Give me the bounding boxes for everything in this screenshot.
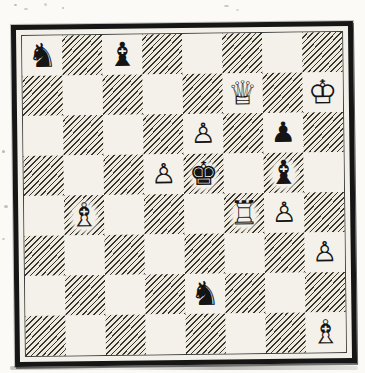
square-c6 xyxy=(103,114,143,154)
square-f5 xyxy=(224,153,264,193)
piece-white-pawn-e6: ♙ xyxy=(183,114,223,154)
square-g1 xyxy=(265,313,305,353)
square-f8 xyxy=(222,33,262,73)
piece-black-bishop-g5: ♝ xyxy=(264,153,304,193)
square-f2 xyxy=(225,273,265,313)
square-c5 xyxy=(104,154,144,194)
piece-black-bishop-c8: ♝ xyxy=(102,35,142,75)
scanned-page: ♞♝♕♔♙♟♙♚♝♗♖♙♙♞♗ xyxy=(0,0,365,373)
print-speck xyxy=(224,5,229,7)
print-speck xyxy=(24,8,28,10)
board-frame: ♞♝♕♔♙♟♙♚♝♗♖♙♙♞♗ xyxy=(11,21,357,367)
square-f6 xyxy=(223,113,263,153)
square-f1 xyxy=(225,313,265,353)
square-d3 xyxy=(144,234,184,274)
square-g8 xyxy=(262,33,302,73)
square-b8 xyxy=(62,35,102,75)
chess-board: ♞♝♕♔♙♟♙♚♝♗♖♙♙♞♗ xyxy=(21,31,347,357)
square-b2 xyxy=(65,275,105,315)
piece-black-knight-e2: ♞ xyxy=(185,274,225,314)
square-b6 xyxy=(63,115,103,155)
square-b4: ♗ xyxy=(64,195,104,235)
square-c3 xyxy=(104,234,144,274)
square-g4: ♙ xyxy=(264,193,304,233)
square-h4 xyxy=(304,192,344,232)
square-a1 xyxy=(25,315,65,355)
piece-white-bishop-b4: ♗ xyxy=(64,195,104,235)
square-g2 xyxy=(265,273,305,313)
square-f4: ♖ xyxy=(224,193,264,233)
square-b3 xyxy=(64,235,104,275)
square-c2 xyxy=(105,274,145,314)
print-speck xyxy=(62,7,64,9)
square-f3 xyxy=(224,233,264,273)
square-a6 xyxy=(23,115,63,155)
square-e7 xyxy=(183,74,223,114)
square-d7 xyxy=(143,74,183,114)
square-a8: ♞ xyxy=(22,35,62,75)
square-d6 xyxy=(143,114,183,154)
square-d4 xyxy=(144,194,184,234)
print-speck xyxy=(236,9,239,11)
piece-white-king-h7: ♔ xyxy=(303,72,343,112)
square-h6 xyxy=(303,112,343,152)
square-e1 xyxy=(185,314,225,354)
piece-white-queen-f7: ♕ xyxy=(223,73,263,113)
piece-black-knight-a8: ♞ xyxy=(22,35,62,75)
square-h5 xyxy=(304,152,344,192)
square-a4 xyxy=(24,195,64,235)
piece-white-pawn-d5: ♙ xyxy=(144,154,184,194)
square-a7 xyxy=(23,75,63,115)
piece-black-pawn-g6: ♟ xyxy=(263,113,303,153)
square-c7 xyxy=(103,74,143,114)
square-d1 xyxy=(145,314,185,354)
print-speck xyxy=(4,205,8,208)
square-h1: ♗ xyxy=(305,312,345,352)
piece-white-pawn-h3: ♙ xyxy=(304,232,344,272)
square-d8 xyxy=(142,34,182,74)
piece-white-rook-f4: ♖ xyxy=(224,193,264,233)
square-f7: ♕ xyxy=(223,73,263,113)
square-g5: ♝ xyxy=(264,153,304,193)
square-d2 xyxy=(145,274,185,314)
print-speck xyxy=(2,150,5,153)
print-speck xyxy=(2,238,5,240)
print-speck xyxy=(14,4,17,6)
square-a5 xyxy=(24,155,64,195)
square-a2 xyxy=(25,275,65,315)
square-h2 xyxy=(305,272,345,312)
square-d5: ♙ xyxy=(144,154,184,194)
square-b1 xyxy=(65,315,105,355)
square-e2: ♞ xyxy=(185,274,225,314)
square-g3 xyxy=(264,233,304,273)
square-c8: ♝ xyxy=(102,35,142,75)
square-e8 xyxy=(182,34,222,74)
square-e3 xyxy=(184,234,224,274)
square-e5: ♚ xyxy=(184,154,224,194)
piece-white-bishop-h1: ♗ xyxy=(305,312,345,352)
square-a3 xyxy=(25,235,65,275)
square-c4 xyxy=(104,194,144,234)
square-c1 xyxy=(105,314,145,354)
square-b7 xyxy=(63,75,103,115)
print-speck xyxy=(44,3,47,6)
piece-black-king-e5: ♚ xyxy=(184,154,224,194)
square-e6: ♙ xyxy=(183,114,223,154)
square-g7 xyxy=(263,73,303,113)
square-h8 xyxy=(302,32,342,72)
piece-white-pawn-g4: ♙ xyxy=(264,193,304,233)
square-b5 xyxy=(64,155,104,195)
scan-smudge xyxy=(10,366,358,370)
square-g6: ♟ xyxy=(263,113,303,153)
square-h7: ♔ xyxy=(303,72,343,112)
square-h3: ♙ xyxy=(304,232,344,272)
square-e4 xyxy=(184,194,224,234)
